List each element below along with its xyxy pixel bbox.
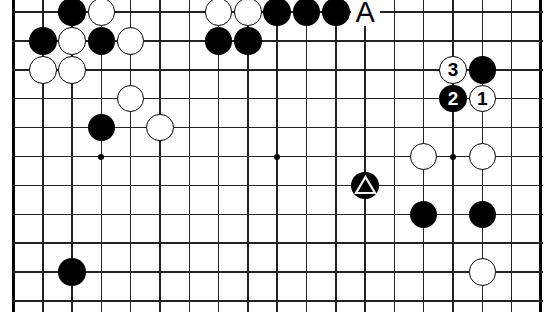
star-point [450,154,456,160]
black-stone [234,27,262,55]
triangle-mark-icon [354,175,377,195]
grid-hline [12,271,543,273]
black-stone [469,56,497,84]
black-stone [88,27,116,55]
black-stone [410,201,438,229]
star-point [274,154,280,160]
white-stone [205,0,233,26]
white-stone [410,143,438,171]
black-stone [205,27,233,55]
white-stone [117,27,145,55]
black-stone [29,27,57,55]
white-stone [58,56,86,84]
black-stone [263,0,291,26]
black-stone: 2 [439,85,467,113]
black-stone [88,114,116,142]
white-stone [469,143,497,171]
white-stone: 1 [469,85,497,113]
move-number-label: 3 [448,60,459,79]
go-board-diagram: 321A [0,0,556,312]
white-stone [58,27,86,55]
white-stone: 3 [439,56,467,84]
white-stone [88,0,116,26]
black-stone [58,0,86,26]
move-number-label: 1 [477,89,488,108]
grid-hline [12,242,543,244]
black-stone [322,0,350,26]
star-point [98,154,104,160]
black-stone [58,258,86,286]
white-stone [469,258,497,286]
white-stone [117,85,145,113]
point-label-a: A [351,0,380,26]
black-stone [293,0,321,26]
move-number-label: 2 [448,89,459,108]
black-stone [469,201,497,229]
white-stone [234,0,262,26]
white-stone [146,114,174,142]
black-stone [351,172,379,200]
grid-hline [12,185,543,187]
white-stone [29,56,57,84]
grid-hline [12,214,543,216]
grid-hline [12,300,543,302]
